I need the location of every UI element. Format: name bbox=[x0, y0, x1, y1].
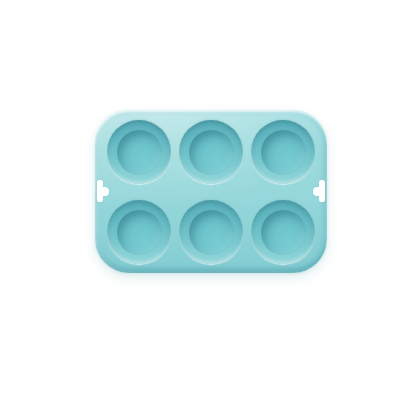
hang-hole-right bbox=[312, 180, 325, 202]
cavity-well-4 bbox=[117, 210, 162, 255]
muffin-cavity-6 bbox=[251, 200, 315, 264]
muffin-cavity-5 bbox=[179, 200, 243, 264]
muffin-cavity-1 bbox=[107, 120, 171, 184]
muffin-mold bbox=[95, 110, 327, 273]
muffin-cavity-2 bbox=[179, 120, 243, 184]
cavity-grid bbox=[107, 120, 315, 264]
muffin-cavity-4 bbox=[107, 200, 171, 264]
hang-hole-left bbox=[97, 180, 110, 202]
cavity-well-1 bbox=[117, 130, 162, 175]
cavity-well-3 bbox=[261, 130, 306, 175]
cavity-well-2 bbox=[189, 130, 234, 175]
cavity-well-5 bbox=[189, 210, 234, 255]
hang-hole-right-notch bbox=[313, 187, 321, 196]
cavity-well-6 bbox=[261, 210, 306, 255]
muffin-cavity-3 bbox=[251, 120, 315, 184]
hang-hole-left-notch bbox=[101, 187, 109, 196]
product-photo bbox=[0, 0, 420, 420]
